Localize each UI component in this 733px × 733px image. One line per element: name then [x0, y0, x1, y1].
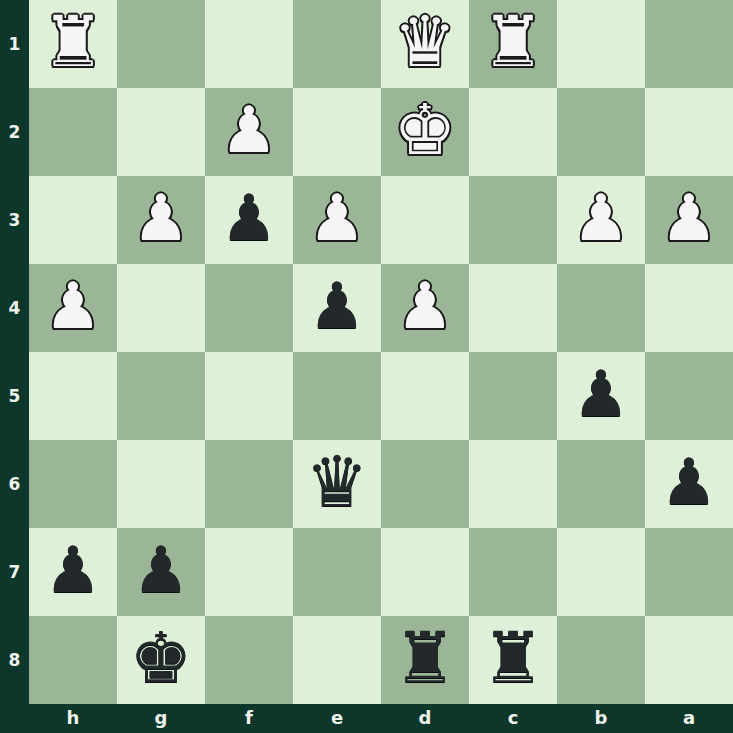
square-c2[interactable] [469, 88, 557, 176]
white-queen-icon[interactable]: ♛ [394, 7, 457, 77]
square-e5[interactable] [293, 352, 381, 440]
file-labels: hgfedcba [29, 704, 733, 733]
square-f6[interactable] [205, 440, 293, 528]
square-e3[interactable]: ♟ [293, 176, 381, 264]
square-c7[interactable] [469, 528, 557, 616]
square-g6[interactable] [117, 440, 205, 528]
square-e1[interactable] [293, 0, 381, 88]
file-label-h: h [29, 704, 117, 733]
square-b1[interactable] [557, 0, 645, 88]
square-a5[interactable] [645, 352, 733, 440]
square-a8[interactable] [645, 616, 733, 704]
square-a6[interactable]: ♟ [645, 440, 733, 528]
square-d8[interactable]: ♜ [381, 616, 469, 704]
square-g4[interactable] [117, 264, 205, 352]
square-b7[interactable] [557, 528, 645, 616]
chess-board: ♜♛♜♟♚♟♟♟♟♟♟♟♟♟♛♟♟♟♚♜♜ [29, 0, 733, 704]
white-pawn-icon[interactable]: ♟ [132, 186, 189, 250]
square-a2[interactable] [645, 88, 733, 176]
rank-label-3: 3 [0, 176, 29, 264]
square-g8[interactable]: ♚ [117, 616, 205, 704]
black-queen-icon[interactable]: ♛ [306, 447, 369, 517]
square-e7[interactable] [293, 528, 381, 616]
rank-labels: 12345678 [0, 0, 29, 704]
white-pawn-icon[interactable]: ♟ [660, 186, 717, 250]
square-d1[interactable]: ♛ [381, 0, 469, 88]
black-rook-icon[interactable]: ♜ [394, 623, 457, 693]
square-c6[interactable] [469, 440, 557, 528]
black-pawn-icon[interactable]: ♟ [220, 186, 277, 250]
square-c4[interactable] [469, 264, 557, 352]
square-c3[interactable] [469, 176, 557, 264]
rank-label-6: 6 [0, 440, 29, 528]
white-pawn-icon[interactable]: ♟ [396, 274, 453, 338]
file-label-a: a [645, 704, 733, 733]
white-rook-icon[interactable]: ♜ [42, 7, 105, 77]
rank-label-5: 5 [0, 352, 29, 440]
white-king-icon[interactable]: ♚ [394, 95, 457, 165]
square-f3[interactable]: ♟ [205, 176, 293, 264]
square-c5[interactable] [469, 352, 557, 440]
file-label-d: d [381, 704, 469, 733]
white-rook-icon[interactable]: ♜ [482, 7, 545, 77]
square-c8[interactable]: ♜ [469, 616, 557, 704]
square-g2[interactable] [117, 88, 205, 176]
square-b3[interactable]: ♟ [557, 176, 645, 264]
file-label-f: f [205, 704, 293, 733]
rank-label-7: 7 [0, 528, 29, 616]
square-h6[interactable] [29, 440, 117, 528]
file-label-e: e [293, 704, 381, 733]
black-pawn-icon[interactable]: ♟ [660, 450, 717, 514]
rank-label-4: 4 [0, 264, 29, 352]
square-f5[interactable] [205, 352, 293, 440]
square-f1[interactable] [205, 0, 293, 88]
square-h1[interactable]: ♜ [29, 0, 117, 88]
square-g7[interactable]: ♟ [117, 528, 205, 616]
rank-label-1: 1 [0, 0, 29, 88]
white-pawn-icon[interactable]: ♟ [572, 186, 629, 250]
rank-label-8: 8 [0, 616, 29, 704]
square-h2[interactable] [29, 88, 117, 176]
square-b5[interactable]: ♟ [557, 352, 645, 440]
square-e6[interactable]: ♛ [293, 440, 381, 528]
file-label-c: c [469, 704, 557, 733]
chess-app: 12345678 ♜♛♜♟♚♟♟♟♟♟♟♟♟♟♛♟♟♟♚♜♜ hgfedcba [0, 0, 733, 733]
square-b2[interactable] [557, 88, 645, 176]
square-h5[interactable] [29, 352, 117, 440]
file-label-b: b [557, 704, 645, 733]
square-g3[interactable]: ♟ [117, 176, 205, 264]
square-c1[interactable]: ♜ [469, 0, 557, 88]
black-pawn-icon[interactable]: ♟ [308, 274, 365, 338]
square-f8[interactable] [205, 616, 293, 704]
white-pawn-icon[interactable]: ♟ [308, 186, 365, 250]
square-g5[interactable] [117, 352, 205, 440]
square-h4[interactable]: ♟ [29, 264, 117, 352]
square-d3[interactable] [381, 176, 469, 264]
square-a7[interactable] [645, 528, 733, 616]
square-f7[interactable] [205, 528, 293, 616]
black-pawn-icon[interactable]: ♟ [44, 538, 101, 602]
square-e2[interactable] [293, 88, 381, 176]
square-e8[interactable] [293, 616, 381, 704]
square-f4[interactable] [205, 264, 293, 352]
square-g1[interactable] [117, 0, 205, 88]
square-d2[interactable]: ♚ [381, 88, 469, 176]
square-h7[interactable]: ♟ [29, 528, 117, 616]
white-pawn-icon[interactable]: ♟ [44, 274, 101, 338]
square-h3[interactable] [29, 176, 117, 264]
black-pawn-icon[interactable]: ♟ [132, 538, 189, 602]
black-rook-icon[interactable]: ♜ [482, 623, 545, 693]
square-e4[interactable]: ♟ [293, 264, 381, 352]
white-pawn-icon[interactable]: ♟ [220, 98, 277, 162]
file-label-g: g [117, 704, 205, 733]
square-a1[interactable] [645, 0, 733, 88]
square-d4[interactable]: ♟ [381, 264, 469, 352]
square-b6[interactable] [557, 440, 645, 528]
square-d6[interactable] [381, 440, 469, 528]
square-d7[interactable] [381, 528, 469, 616]
square-b4[interactable] [557, 264, 645, 352]
rank-label-2: 2 [0, 88, 29, 176]
black-king-icon[interactable]: ♚ [130, 623, 193, 693]
black-pawn-icon[interactable]: ♟ [572, 362, 629, 426]
square-h8[interactable] [29, 616, 117, 704]
square-b8[interactable] [557, 616, 645, 704]
square-f2[interactable]: ♟ [205, 88, 293, 176]
square-a4[interactable] [645, 264, 733, 352]
square-d5[interactable] [381, 352, 469, 440]
square-a3[interactable]: ♟ [645, 176, 733, 264]
